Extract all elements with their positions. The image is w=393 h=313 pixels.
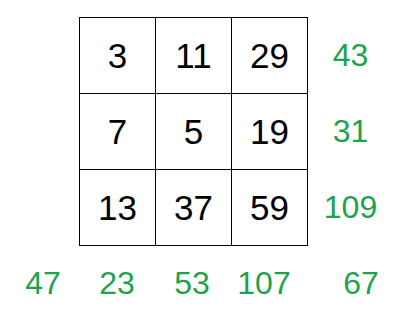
grid-cell-r0c2: 29 (232, 18, 307, 93)
grid-cell-r2c2: 59 (232, 170, 307, 245)
column-sum-1: 53 (160, 266, 224, 300)
diagonal-sum-right: 67 (331, 266, 391, 300)
grid-cell-r1c0: 7 (80, 94, 155, 169)
puzzle-canvas: 3 11 29 7 5 19 13 37 59 43 31 109 47 23 … (0, 0, 393, 313)
column-sum-0: 23 (85, 266, 149, 300)
column-sum-2: 107 (224, 266, 304, 300)
sum-grid-board: 3 11 29 7 5 19 13 37 59 (79, 17, 308, 246)
grid-cell-r1c1: 5 (156, 94, 231, 169)
grid-cell-r2c1: 37 (156, 170, 231, 245)
grid-cell-r0c1: 11 (156, 18, 231, 93)
row-sum-2: 109 (308, 169, 393, 246)
grid-cell-r0c0: 3 (80, 18, 155, 93)
row-sum-1: 31 (308, 93, 393, 170)
row-sum-0: 43 (308, 17, 393, 94)
diagonal-sum-left: 47 (13, 266, 73, 300)
grid-cell-r2c0: 13 (80, 170, 155, 245)
grid-cell-r1c2: 19 (232, 94, 307, 169)
